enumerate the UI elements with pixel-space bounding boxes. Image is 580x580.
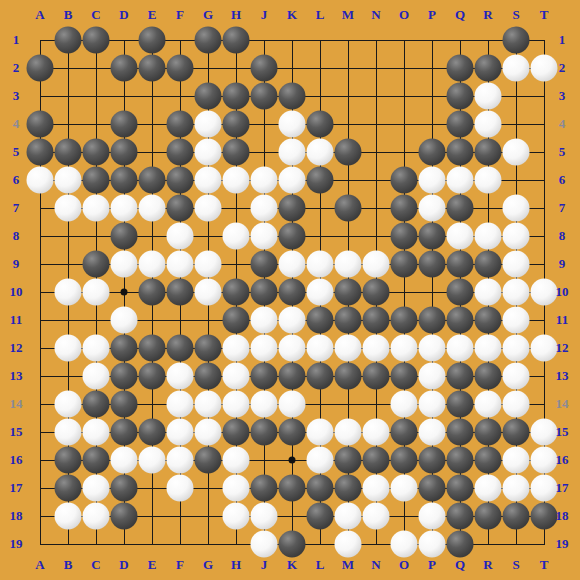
black-stone-K10: [279, 279, 306, 306]
row-label-left: 6: [13, 172, 20, 188]
black-stone-F7: [167, 195, 194, 222]
column-label-top: E: [148, 7, 157, 23]
column-label-top: R: [483, 7, 492, 23]
black-stone-P17: [419, 475, 446, 502]
column-label-bottom: J: [261, 557, 268, 573]
white-stone-S2: [503, 55, 530, 82]
white-stone-F8: [167, 223, 194, 250]
white-stone-J8: [251, 223, 278, 250]
column-label-bottom: K: [287, 557, 297, 573]
black-stone-D14: [111, 391, 138, 418]
black-stone-R2: [475, 55, 502, 82]
black-stone-E2: [139, 55, 166, 82]
white-stone-H18: [223, 503, 250, 530]
white-stone-L16: [307, 447, 334, 474]
white-stone-S16: [503, 447, 530, 474]
white-stone-J6: [251, 167, 278, 194]
black-stone-Q19: [447, 531, 474, 558]
column-label-top: J: [261, 7, 268, 23]
black-stone-E15: [139, 419, 166, 446]
white-stone-F15: [167, 419, 194, 446]
black-stone-C6: [83, 167, 110, 194]
go-board[interactable]: AABBCCDDEEFFGGHHJJKKLLMMNNOOPPQQRRSSTT11…: [0, 0, 580, 580]
black-stone-R9: [475, 251, 502, 278]
column-label-top: P: [428, 7, 436, 23]
row-label-right: 1: [559, 32, 566, 48]
black-stone-F2: [167, 55, 194, 82]
black-stone-B5: [55, 139, 82, 166]
white-stone-S10: [503, 279, 530, 306]
column-label-top: T: [540, 7, 549, 23]
white-stone-R14: [475, 391, 502, 418]
black-stone-E12: [139, 335, 166, 362]
white-stone-L12: [307, 335, 334, 362]
white-stone-P19: [419, 531, 446, 558]
white-stone-J14: [251, 391, 278, 418]
black-stone-C5: [83, 139, 110, 166]
black-stone-Q4: [447, 111, 474, 138]
white-stone-H16: [223, 447, 250, 474]
column-label-bottom: F: [176, 557, 184, 573]
white-stone-M9: [335, 251, 362, 278]
white-stone-E16: [139, 447, 166, 474]
white-stone-T15: [531, 419, 558, 446]
black-stone-P5: [419, 139, 446, 166]
column-label-bottom: R: [483, 557, 492, 573]
black-stone-S15: [503, 419, 530, 446]
column-label-bottom: M: [342, 557, 354, 573]
white-stone-C13: [83, 363, 110, 390]
column-label-bottom: T: [540, 557, 549, 573]
row-label-left: 10: [10, 284, 23, 300]
column-label-top: F: [176, 7, 184, 23]
black-stone-D2: [111, 55, 138, 82]
column-label-bottom: D: [119, 557, 128, 573]
white-stone-H8: [223, 223, 250, 250]
black-stone-Q17: [447, 475, 474, 502]
black-stone-P16: [419, 447, 446, 474]
black-stone-F4: [167, 111, 194, 138]
black-stone-A4: [27, 111, 54, 138]
black-stone-H3: [223, 83, 250, 110]
white-stone-P18: [419, 503, 446, 530]
white-stone-N17: [363, 475, 390, 502]
white-stone-R10: [475, 279, 502, 306]
black-stone-M16: [335, 447, 362, 474]
white-stone-R12: [475, 335, 502, 362]
white-stone-J11: [251, 307, 278, 334]
white-stone-G6: [195, 167, 222, 194]
row-label-right: 8: [559, 228, 566, 244]
white-stone-P12: [419, 335, 446, 362]
column-label-top: L: [316, 7, 325, 23]
black-stone-F12: [167, 335, 194, 362]
black-stone-T18: [531, 503, 558, 530]
black-stone-Q5: [447, 139, 474, 166]
black-stone-N16: [363, 447, 390, 474]
black-stone-L18: [307, 503, 334, 530]
white-stone-H14: [223, 391, 250, 418]
white-stone-P7: [419, 195, 446, 222]
black-stone-M7: [335, 195, 362, 222]
black-stone-H15: [223, 419, 250, 446]
white-stone-D16: [111, 447, 138, 474]
white-stone-F9: [167, 251, 194, 278]
white-stone-J7: [251, 195, 278, 222]
white-stone-Q8: [447, 223, 474, 250]
white-stone-B10: [55, 279, 82, 306]
white-stone-G7: [195, 195, 222, 222]
row-label-left: 19: [10, 536, 23, 552]
white-stone-B15: [55, 419, 82, 446]
black-stone-Q10: [447, 279, 474, 306]
black-stone-L13: [307, 363, 334, 390]
black-stone-R16: [475, 447, 502, 474]
white-stone-J19: [251, 531, 278, 558]
black-stone-F6: [167, 167, 194, 194]
white-stone-L10: [307, 279, 334, 306]
row-label-left: 13: [10, 368, 23, 384]
column-label-bottom: G: [203, 557, 213, 573]
white-stone-F14: [167, 391, 194, 418]
white-stone-F16: [167, 447, 194, 474]
black-stone-J10: [251, 279, 278, 306]
black-stone-G12: [195, 335, 222, 362]
black-stone-K8: [279, 223, 306, 250]
row-label-right: 9: [559, 256, 566, 272]
black-stone-D15: [111, 419, 138, 446]
column-label-top: K: [287, 7, 297, 23]
black-stone-J9: [251, 251, 278, 278]
white-stone-L9: [307, 251, 334, 278]
white-stone-R17: [475, 475, 502, 502]
white-stone-S8: [503, 223, 530, 250]
white-stone-M18: [335, 503, 362, 530]
white-stone-S13: [503, 363, 530, 390]
white-stone-G4: [195, 111, 222, 138]
black-stone-L11: [307, 307, 334, 334]
black-stone-R5: [475, 139, 502, 166]
black-stone-J15: [251, 419, 278, 446]
white-stone-G10: [195, 279, 222, 306]
white-stone-D11: [111, 307, 138, 334]
white-stone-C15: [83, 419, 110, 446]
black-stone-J3: [251, 83, 278, 110]
white-stone-M15: [335, 419, 362, 446]
white-stone-P14: [419, 391, 446, 418]
column-label-bottom: E: [148, 557, 157, 573]
black-stone-O16: [391, 447, 418, 474]
column-label-bottom: A: [35, 557, 44, 573]
black-stone-O13: [391, 363, 418, 390]
row-label-right: 11: [556, 312, 568, 328]
white-stone-S17: [503, 475, 530, 502]
column-label-top: M: [342, 7, 354, 23]
row-label-right: 3: [559, 88, 566, 104]
white-stone-R3: [475, 83, 502, 110]
black-stone-R18: [475, 503, 502, 530]
column-label-top: N: [371, 7, 380, 23]
black-stone-L4: [307, 111, 334, 138]
white-stone-Q12: [447, 335, 474, 362]
white-stone-L5: [307, 139, 334, 166]
white-stone-B18: [55, 503, 82, 530]
white-stone-D7: [111, 195, 138, 222]
black-stone-M11: [335, 307, 362, 334]
column-label-top: C: [91, 7, 100, 23]
black-stone-L17: [307, 475, 334, 502]
white-stone-Q6: [447, 167, 474, 194]
row-label-left: 4: [13, 116, 20, 132]
row-label-left: 14: [10, 396, 23, 412]
white-stone-E7: [139, 195, 166, 222]
white-stone-P13: [419, 363, 446, 390]
black-stone-R13: [475, 363, 502, 390]
row-label-left: 15: [10, 424, 23, 440]
column-label-bottom: N: [371, 557, 380, 573]
black-stone-Q3: [447, 83, 474, 110]
black-stone-G16: [195, 447, 222, 474]
row-label-right: 17: [556, 480, 569, 496]
white-stone-E9: [139, 251, 166, 278]
black-stone-Q14: [447, 391, 474, 418]
black-stone-D17: [111, 475, 138, 502]
black-stone-K19: [279, 531, 306, 558]
column-label-top: Q: [455, 7, 465, 23]
row-label-right: 13: [556, 368, 569, 384]
white-stone-K12: [279, 335, 306, 362]
white-stone-F17: [167, 475, 194, 502]
row-label-right: 15: [556, 424, 569, 440]
row-label-left: 9: [13, 256, 20, 272]
column-label-bottom: L: [316, 557, 325, 573]
black-stone-M17: [335, 475, 362, 502]
black-stone-G13: [195, 363, 222, 390]
black-stone-K15: [279, 419, 306, 446]
black-stone-D4: [111, 111, 138, 138]
black-stone-R15: [475, 419, 502, 446]
row-label-left: 2: [13, 60, 20, 76]
black-stone-S1: [503, 27, 530, 54]
white-stone-N12: [363, 335, 390, 362]
black-stone-R11: [475, 307, 502, 334]
column-label-bottom: Q: [455, 557, 465, 573]
black-stone-J2: [251, 55, 278, 82]
black-stone-D13: [111, 363, 138, 390]
white-stone-H12: [223, 335, 250, 362]
row-label-right: 6: [559, 172, 566, 188]
black-stone-E6: [139, 167, 166, 194]
row-label-left: 8: [13, 228, 20, 244]
black-stone-Q2: [447, 55, 474, 82]
column-label-top: B: [64, 7, 73, 23]
white-stone-S12: [503, 335, 530, 362]
row-label-left: 3: [13, 88, 20, 104]
column-label-bottom: P: [428, 557, 436, 573]
hoshi-dot: [289, 457, 296, 464]
white-stone-C18: [83, 503, 110, 530]
white-stone-B12: [55, 335, 82, 362]
black-stone-G3: [195, 83, 222, 110]
white-stone-N15: [363, 419, 390, 446]
black-stone-C16: [83, 447, 110, 474]
black-stone-K3: [279, 83, 306, 110]
black-stone-K13: [279, 363, 306, 390]
row-label-right: 10: [556, 284, 569, 300]
row-label-right: 18: [556, 508, 569, 524]
row-label-right: 12: [556, 340, 569, 356]
black-stone-H11: [223, 307, 250, 334]
black-stone-D12: [111, 335, 138, 362]
row-label-left: 17: [10, 480, 23, 496]
black-stone-P8: [419, 223, 446, 250]
black-stone-M5: [335, 139, 362, 166]
black-stone-O6: [391, 167, 418, 194]
black-stone-M13: [335, 363, 362, 390]
white-stone-F13: [167, 363, 194, 390]
white-stone-H13: [223, 363, 250, 390]
row-label-right: 14: [556, 396, 569, 412]
black-stone-J17: [251, 475, 278, 502]
row-label-right: 7: [559, 200, 566, 216]
black-stone-P9: [419, 251, 446, 278]
black-stone-O8: [391, 223, 418, 250]
black-stone-H5: [223, 139, 250, 166]
black-stone-S18: [503, 503, 530, 530]
column-label-top: O: [399, 7, 409, 23]
hoshi-dot: [121, 289, 128, 296]
white-stone-R8: [475, 223, 502, 250]
row-label-left: 16: [10, 452, 23, 468]
black-stone-Q18: [447, 503, 474, 530]
white-stone-R6: [475, 167, 502, 194]
black-stone-O15: [391, 419, 418, 446]
black-stone-Q7: [447, 195, 474, 222]
white-stone-G9: [195, 251, 222, 278]
white-stone-T12: [531, 335, 558, 362]
black-stone-F5: [167, 139, 194, 166]
column-label-bottom: H: [231, 557, 241, 573]
row-label-left: 5: [13, 144, 20, 160]
white-stone-M12: [335, 335, 362, 362]
column-label-bottom: S: [512, 557, 519, 573]
black-stone-O9: [391, 251, 418, 278]
white-stone-O12: [391, 335, 418, 362]
white-stone-P6: [419, 167, 446, 194]
white-stone-T17: [531, 475, 558, 502]
white-stone-K4: [279, 111, 306, 138]
black-stone-D18: [111, 503, 138, 530]
black-stone-O11: [391, 307, 418, 334]
column-label-bottom: O: [399, 557, 409, 573]
black-stone-Q16: [447, 447, 474, 474]
white-stone-S9: [503, 251, 530, 278]
white-stone-K14: [279, 391, 306, 418]
white-stone-N9: [363, 251, 390, 278]
black-stone-Q15: [447, 419, 474, 446]
black-stone-E13: [139, 363, 166, 390]
black-stone-H1: [223, 27, 250, 54]
column-label-top: H: [231, 7, 241, 23]
white-stone-C10: [83, 279, 110, 306]
black-stone-H4: [223, 111, 250, 138]
black-stone-A5: [27, 139, 54, 166]
white-stone-J12: [251, 335, 278, 362]
black-stone-Q13: [447, 363, 474, 390]
row-label-right: 2: [559, 60, 566, 76]
black-stone-C9: [83, 251, 110, 278]
row-label-right: 19: [556, 536, 569, 552]
column-label-bottom: B: [64, 557, 73, 573]
row-label-right: 4: [559, 116, 566, 132]
white-stone-M19: [335, 531, 362, 558]
white-stone-N18: [363, 503, 390, 530]
row-label-right: 5: [559, 144, 566, 160]
row-label-left: 12: [10, 340, 23, 356]
black-stone-N10: [363, 279, 390, 306]
white-stone-S14: [503, 391, 530, 418]
white-stone-T16: [531, 447, 558, 474]
white-stone-B7: [55, 195, 82, 222]
row-label-left: 1: [13, 32, 20, 48]
black-stone-K7: [279, 195, 306, 222]
black-stone-D8: [111, 223, 138, 250]
white-stone-J18: [251, 503, 278, 530]
white-stone-T10: [531, 279, 558, 306]
black-stone-D6: [111, 167, 138, 194]
white-stone-G15: [195, 419, 222, 446]
black-stone-P11: [419, 307, 446, 334]
white-stone-P15: [419, 419, 446, 446]
white-stone-O19: [391, 531, 418, 558]
white-stone-S7: [503, 195, 530, 222]
black-stone-B17: [55, 475, 82, 502]
white-stone-T2: [531, 55, 558, 82]
black-stone-Q9: [447, 251, 474, 278]
white-stone-O17: [391, 475, 418, 502]
white-stone-H6: [223, 167, 250, 194]
black-stone-N13: [363, 363, 390, 390]
column-label-top: D: [119, 7, 128, 23]
row-label-left: 11: [10, 312, 22, 328]
row-label-right: 16: [556, 452, 569, 468]
white-stone-B14: [55, 391, 82, 418]
column-label-top: S: [512, 7, 519, 23]
white-stone-G5: [195, 139, 222, 166]
black-stone-E1: [139, 27, 166, 54]
row-label-left: 18: [10, 508, 23, 524]
column-label-top: A: [35, 7, 44, 23]
white-stone-K9: [279, 251, 306, 278]
white-stone-S5: [503, 139, 530, 166]
black-stone-D5: [111, 139, 138, 166]
black-stone-B1: [55, 27, 82, 54]
column-label-top: G: [203, 7, 213, 23]
black-stone-B16: [55, 447, 82, 474]
white-stone-C17: [83, 475, 110, 502]
black-stone-E10: [139, 279, 166, 306]
column-label-bottom: C: [91, 557, 100, 573]
black-stone-H10: [223, 279, 250, 306]
black-stone-C14: [83, 391, 110, 418]
black-stone-L6: [307, 167, 334, 194]
white-stone-C7: [83, 195, 110, 222]
white-stone-K6: [279, 167, 306, 194]
white-stone-G14: [195, 391, 222, 418]
black-stone-N11: [363, 307, 390, 334]
white-stone-R4: [475, 111, 502, 138]
white-stone-H17: [223, 475, 250, 502]
